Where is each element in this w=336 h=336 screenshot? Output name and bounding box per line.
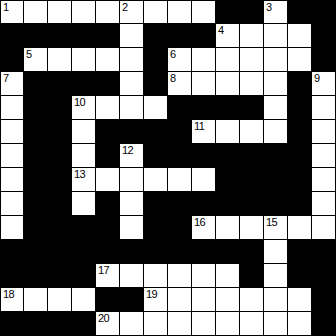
white-cell-r9c10[interactable] <box>240 216 264 240</box>
clue-number-6: 6 <box>170 48 176 60</box>
white-cell-r0c2[interactable] <box>48 0 72 24</box>
black-cell-r10c4 <box>96 240 120 264</box>
white-cell-r4c0[interactable] <box>0 96 24 120</box>
black-cell-r1c7 <box>168 24 192 48</box>
black-cell-r11c3 <box>72 264 96 288</box>
white-cell-r12c10[interactable] <box>240 288 264 312</box>
white-cell-r11c6[interactable] <box>144 264 168 288</box>
white-cell-r2c5[interactable] <box>120 48 144 72</box>
black-cell-r8c12 <box>288 192 312 216</box>
white-cell-r4c3[interactable]: 10 <box>72 96 96 120</box>
black-cell-r13c3 <box>72 312 96 336</box>
white-cell-r6c13[interactable] <box>312 144 336 168</box>
white-cell-r5c10[interactable] <box>240 120 264 144</box>
white-cell-r0c3[interactable] <box>72 0 96 24</box>
white-cell-r9c8[interactable]: 16 <box>192 216 216 240</box>
black-cell-r7c1 <box>24 168 48 192</box>
white-cell-r5c0[interactable] <box>0 120 24 144</box>
black-cell-r2c0 <box>0 48 24 72</box>
white-cell-r11c9[interactable] <box>216 264 240 288</box>
white-cell-r6c0[interactable] <box>0 144 24 168</box>
white-cell-r5c8[interactable]: 11 <box>192 120 216 144</box>
white-cell-r2c9[interactable] <box>216 48 240 72</box>
white-cell-r4c13[interactable] <box>312 96 336 120</box>
white-cell-r12c11[interactable] <box>264 288 288 312</box>
black-cell-r6c8 <box>192 144 216 168</box>
clue-number-17: 17 <box>98 264 109 276</box>
white-cell-r3c10[interactable] <box>240 72 264 96</box>
black-cell-r4c1 <box>24 96 48 120</box>
black-cell-r6c6 <box>144 144 168 168</box>
black-cell-r0c10 <box>240 0 264 24</box>
white-cell-r0c6[interactable] <box>144 0 168 24</box>
black-cell-r1c1 <box>24 24 48 48</box>
black-cell-r6c12 <box>288 144 312 168</box>
black-cell-r8c6 <box>144 192 168 216</box>
white-cell-r7c6[interactable] <box>144 168 168 192</box>
black-cell-r5c1 <box>24 120 48 144</box>
white-cell-r3c8[interactable] <box>192 72 216 96</box>
white-cell-r12c8[interactable] <box>192 288 216 312</box>
white-cell-r0c5[interactable]: 2 <box>120 0 144 24</box>
white-cell-r13c11[interactable] <box>264 312 288 336</box>
white-cell-r5c3[interactable] <box>72 120 96 144</box>
black-cell-r1c0 <box>0 24 24 48</box>
black-cell-r4c9 <box>216 96 240 120</box>
white-cell-r13c8[interactable] <box>192 312 216 336</box>
clue-number-10: 10 <box>74 96 85 108</box>
white-cell-r8c13[interactable] <box>312 192 336 216</box>
black-cell-r11c10 <box>240 264 264 288</box>
white-cell-r13c6[interactable] <box>144 312 168 336</box>
white-cell-r1c11[interactable] <box>264 24 288 48</box>
clue-number-9: 9 <box>314 72 320 84</box>
black-cell-r7c9 <box>216 168 240 192</box>
black-cell-r8c10 <box>240 192 264 216</box>
black-cell-r3c4 <box>96 72 120 96</box>
white-cell-r13c9[interactable] <box>216 312 240 336</box>
white-cell-r2c11[interactable] <box>264 48 288 72</box>
white-cell-r7c4[interactable] <box>96 168 120 192</box>
black-cell-r8c2 <box>48 192 72 216</box>
white-cell-r0c11[interactable]: 3 <box>264 0 288 24</box>
black-cell-r8c8 <box>192 192 216 216</box>
white-cell-r10c11[interactable] <box>264 240 288 264</box>
white-cell-r12c12[interactable] <box>288 288 312 312</box>
clue-number-19: 19 <box>146 288 157 300</box>
white-cell-r1c9[interactable]: 4 <box>216 24 240 48</box>
white-cell-r9c11[interactable]: 15 <box>264 216 288 240</box>
black-cell-r3c1 <box>24 72 48 96</box>
white-cell-r0c8[interactable] <box>192 0 216 24</box>
black-cell-r13c0 <box>0 312 24 336</box>
white-cell-r2c10[interactable] <box>240 48 264 72</box>
black-cell-r11c12 <box>288 264 312 288</box>
white-cell-r13c5[interactable] <box>120 312 144 336</box>
clue-number-12: 12 <box>122 144 133 156</box>
black-cell-r6c11 <box>264 144 288 168</box>
black-cell-r0c12 <box>288 0 312 24</box>
white-cell-r3c9[interactable] <box>216 72 240 96</box>
white-cell-r13c7[interactable] <box>168 312 192 336</box>
black-cell-r3c3 <box>72 72 96 96</box>
black-cell-r10c13 <box>312 240 336 264</box>
white-cell-r8c3[interactable] <box>72 192 96 216</box>
white-cell-r7c8[interactable] <box>192 168 216 192</box>
black-cell-r8c11 <box>264 192 288 216</box>
white-cell-r3c13[interactable]: 9 <box>312 72 336 96</box>
white-cell-r4c5[interactable] <box>120 96 144 120</box>
white-cell-r13c10[interactable] <box>240 312 264 336</box>
clue-number-15: 15 <box>266 216 277 228</box>
black-cell-r10c9 <box>216 240 240 264</box>
black-cell-r3c2 <box>48 72 72 96</box>
black-cell-r5c2 <box>48 120 72 144</box>
black-cell-r10c5 <box>120 240 144 264</box>
black-cell-r9c2 <box>48 216 72 240</box>
white-cell-r5c11[interactable] <box>264 120 288 144</box>
white-cell-r2c2[interactable] <box>48 48 72 72</box>
white-cell-r0c7[interactable] <box>168 0 192 24</box>
white-cell-r1c10[interactable] <box>240 24 264 48</box>
clue-number-16: 16 <box>194 216 205 228</box>
black-cell-r6c2 <box>48 144 72 168</box>
black-cell-r1c4 <box>96 24 120 48</box>
black-cell-r9c4 <box>96 216 120 240</box>
crossword-grid: 12345678910111213161517181920 <box>0 0 336 336</box>
white-cell-r9c0[interactable] <box>0 216 24 240</box>
white-cell-r6c3[interactable] <box>72 144 96 168</box>
white-cell-r11c11[interactable] <box>264 264 288 288</box>
white-cell-r7c7[interactable] <box>168 168 192 192</box>
black-cell-r7c10 <box>240 168 264 192</box>
black-cell-r10c7 <box>168 240 192 264</box>
black-cell-r4c8 <box>192 96 216 120</box>
white-cell-r12c2[interactable] <box>48 288 72 312</box>
black-cell-r5c7 <box>168 120 192 144</box>
black-cell-r7c11 <box>264 168 288 192</box>
black-cell-r13c2 <box>48 312 72 336</box>
white-cell-r3c0[interactable]: 7 <box>0 72 24 96</box>
white-cell-r6c5[interactable]: 12 <box>120 144 144 168</box>
white-cell-r11c5[interactable] <box>120 264 144 288</box>
black-cell-r5c4 <box>96 120 120 144</box>
white-cell-r0c4[interactable] <box>96 0 120 24</box>
black-cell-r11c2 <box>48 264 72 288</box>
black-cell-r6c10 <box>240 144 264 168</box>
white-cell-r7c0[interactable] <box>0 168 24 192</box>
white-cell-r3c5[interactable] <box>120 72 144 96</box>
black-cell-r13c1 <box>24 312 48 336</box>
black-cell-r10c2 <box>48 240 72 264</box>
white-cell-r4c11[interactable] <box>264 96 288 120</box>
black-cell-r10c8 <box>192 240 216 264</box>
black-cell-r8c4 <box>96 192 120 216</box>
white-cell-r12c7[interactable] <box>168 288 192 312</box>
black-cell-r4c10 <box>240 96 264 120</box>
white-cell-r0c1[interactable] <box>24 0 48 24</box>
black-cell-r9c7 <box>168 216 192 240</box>
clue-number-11: 11 <box>194 120 204 132</box>
black-cell-r12c5 <box>120 288 144 312</box>
black-cell-r11c1 <box>24 264 48 288</box>
clue-number-7: 7 <box>3 72 9 84</box>
black-cell-r4c12 <box>288 96 312 120</box>
black-cell-r9c3 <box>72 216 96 240</box>
clue-number-5: 5 <box>26 48 32 60</box>
white-cell-r7c13[interactable] <box>312 168 336 192</box>
black-cell-r5c5 <box>120 120 144 144</box>
black-cell-r7c2 <box>48 168 72 192</box>
black-cell-r10c12 <box>288 240 312 264</box>
white-cell-r5c9[interactable] <box>216 120 240 144</box>
clue-number-13: 13 <box>74 168 85 180</box>
white-cell-r2c3[interactable] <box>72 48 96 72</box>
black-cell-r6c9 <box>216 144 240 168</box>
black-cell-r12c13 <box>312 288 336 312</box>
white-cell-r12c3[interactable] <box>72 288 96 312</box>
black-cell-r9c1 <box>24 216 48 240</box>
black-cell-r7c12 <box>288 168 312 192</box>
white-cell-r3c11[interactable] <box>264 72 288 96</box>
white-cell-r5c13[interactable] <box>312 120 336 144</box>
white-cell-r2c8[interactable] <box>192 48 216 72</box>
white-cell-r9c5[interactable] <box>120 216 144 240</box>
white-cell-r9c13[interactable] <box>312 216 336 240</box>
white-cell-r1c12[interactable] <box>288 24 312 48</box>
white-cell-r2c12[interactable] <box>288 48 312 72</box>
clue-number-1: 1 <box>3 1 9 13</box>
white-cell-r4c6[interactable] <box>144 96 168 120</box>
white-cell-r7c5[interactable] <box>120 168 144 192</box>
clue-number-3: 3 <box>266 1 272 13</box>
clue-number-4: 4 <box>218 24 224 36</box>
black-cell-r2c6 <box>144 48 168 72</box>
white-cell-r2c1[interactable]: 5 <box>24 48 48 72</box>
white-cell-r0c0[interactable]: 1 <box>0 0 24 24</box>
black-cell-r2c13 <box>312 48 336 72</box>
clue-number-18: 18 <box>3 288 14 300</box>
black-cell-r11c13 <box>312 264 336 288</box>
white-cell-r2c4[interactable] <box>96 48 120 72</box>
black-cell-r13c13 <box>312 312 336 336</box>
white-cell-r9c9[interactable] <box>216 216 240 240</box>
black-cell-r6c1 <box>24 144 48 168</box>
white-cell-r3c7[interactable]: 8 <box>168 72 192 96</box>
black-cell-r0c13 <box>312 0 336 24</box>
black-cell-r1c8 <box>192 24 216 48</box>
black-cell-r10c6 <box>144 240 168 264</box>
black-cell-r1c13 <box>312 24 336 48</box>
black-cell-r11c0 <box>0 264 24 288</box>
black-cell-r1c2 <box>48 24 72 48</box>
white-cell-r7c3[interactable]: 13 <box>72 168 96 192</box>
black-cell-r0c9 <box>216 0 240 24</box>
white-cell-r1c5[interactable] <box>120 24 144 48</box>
black-cell-r5c6 <box>144 120 168 144</box>
white-cell-r11c4[interactable]: 17 <box>96 264 120 288</box>
black-cell-r6c4 <box>96 144 120 168</box>
black-cell-r10c0 <box>0 240 24 264</box>
white-cell-r12c6[interactable]: 19 <box>144 288 168 312</box>
white-cell-r2c7[interactable]: 6 <box>168 48 192 72</box>
black-cell-r12c4 <box>96 288 120 312</box>
black-cell-r10c3 <box>72 240 96 264</box>
clue-number-2: 2 <box>122 1 128 13</box>
black-cell-r4c2 <box>48 96 72 120</box>
black-cell-r8c7 <box>168 192 192 216</box>
white-cell-r8c5[interactable] <box>120 192 144 216</box>
black-cell-r3c12 <box>288 72 312 96</box>
black-cell-r8c9 <box>216 192 240 216</box>
black-cell-r3c6 <box>144 72 168 96</box>
clue-number-8: 8 <box>170 72 176 84</box>
white-cell-r12c0[interactable]: 18 <box>0 288 24 312</box>
white-cell-r12c1[interactable] <box>24 288 48 312</box>
white-cell-r11c7[interactable] <box>168 264 192 288</box>
white-cell-r4c4[interactable] <box>96 96 120 120</box>
white-cell-r13c12[interactable] <box>288 312 312 336</box>
black-cell-r9c6 <box>144 216 168 240</box>
black-cell-r5c12 <box>288 120 312 144</box>
black-cell-r8c1 <box>24 192 48 216</box>
black-cell-r10c1 <box>24 240 48 264</box>
black-cell-r10c10 <box>240 240 264 264</box>
black-cell-r1c6 <box>144 24 168 48</box>
black-cell-r6c7 <box>168 144 192 168</box>
white-cell-r13c4[interactable]: 20 <box>96 312 120 336</box>
black-cell-r4c7 <box>168 96 192 120</box>
white-cell-r9c12[interactable] <box>288 216 312 240</box>
black-cell-r1c3 <box>72 24 96 48</box>
white-cell-r11c8[interactable] <box>192 264 216 288</box>
clue-number-20: 20 <box>98 312 109 324</box>
white-cell-r12c9[interactable] <box>216 288 240 312</box>
white-cell-r8c0[interactable] <box>0 192 24 216</box>
crossword-puzzle: 12345678910111213161517181920 <box>0 0 336 336</box>
